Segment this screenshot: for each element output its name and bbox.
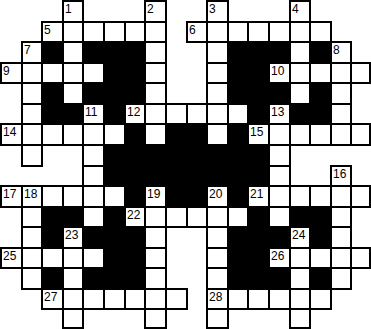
white-cell[interactable]: 20 [206,185,229,208]
white-cell[interactable] [82,144,105,167]
block-cell [227,144,249,167]
white-cell[interactable] [206,62,229,84]
block-cell [309,206,332,228]
white-cell[interactable]: 1 [62,0,84,23]
clue-number: 10 [271,64,284,78]
block-cell [82,41,105,64]
white-cell[interactable]: 11 [82,103,105,125]
block-cell [247,206,270,228]
white-cell[interactable] [62,185,84,208]
clue-number: 9 [3,64,10,78]
block-cell [41,226,64,249]
clue-number: 11 [85,105,97,119]
clue-number: 5 [44,23,51,37]
block-cell [247,267,270,290]
white-cell[interactable] [206,123,229,146]
white-cell[interactable] [21,206,43,228]
block-cell [165,185,188,208]
block-cell [124,144,146,167]
clue-number: 27 [44,290,57,304]
white-cell[interactable] [289,308,311,329]
white-cell[interactable]: 5 [41,21,64,43]
white-cell[interactable] [82,62,105,84]
clue-number: 14 [3,125,16,139]
clue-number: 16 [333,167,346,181]
white-cell[interactable] [206,41,229,64]
white-cell[interactable] [309,62,332,84]
block-cell [247,82,270,105]
white-cell[interactable] [227,206,249,228]
white-cell[interactable] [206,308,229,329]
white-cell[interactable]: 10 [268,62,291,84]
white-cell[interactable] [289,185,311,208]
clue-number: 8 [333,43,340,57]
white-cell[interactable] [206,21,229,43]
white-cell[interactable] [186,103,208,125]
block-cell [62,103,84,125]
white-cell[interactable] [144,82,167,105]
white-cell[interactable] [330,103,352,125]
white-cell[interactable] [41,185,64,208]
white-cell[interactable]: 2 [144,0,167,23]
white-cell[interactable] [289,267,311,290]
block-cell [103,247,126,269]
block-cell [103,226,126,249]
block-cell [186,165,208,187]
block-cell [247,226,270,249]
white-cell[interactable] [330,247,352,269]
white-cell[interactable] [41,62,64,84]
block-cell [309,267,332,290]
block-cell [186,185,208,208]
white-cell[interactable] [144,308,167,329]
block-cell [103,62,126,84]
white-cell[interactable] [289,288,311,310]
white-cell[interactable] [350,123,371,146]
white-cell[interactable] [21,144,43,167]
white-cell[interactable] [62,308,84,329]
white-cell[interactable] [144,247,167,269]
white-cell[interactable]: 8 [330,41,352,64]
clue-number: 25 [3,249,16,263]
block-cell [103,267,126,290]
block-cell [103,144,126,167]
white-cell[interactable] [206,206,229,228]
white-cell[interactable]: 21 [247,185,270,208]
white-cell[interactable] [62,62,84,84]
white-cell[interactable]: 14 [0,123,23,146]
white-cell[interactable] [289,41,311,64]
block-cell [124,267,146,290]
block-cell [206,144,229,167]
white-cell[interactable] [82,288,105,310]
block-cell [289,206,311,228]
white-cell[interactable]: 9 [0,62,23,84]
clue-number: 2 [147,2,154,16]
white-cell[interactable]: 24 [289,226,311,249]
clue-number: 3 [209,2,216,16]
block-cell [227,185,249,208]
clue-number: 6 [189,23,196,37]
block-cell [124,165,146,187]
block-cell [268,41,291,64]
white-cell[interactable] [144,103,167,125]
white-cell[interactable] [350,185,371,208]
white-cell[interactable] [330,123,352,146]
white-cell[interactable] [268,123,291,146]
white-cell[interactable] [268,206,291,228]
white-cell[interactable] [103,185,126,208]
clue-number: 20 [209,187,222,201]
white-cell[interactable] [21,123,43,146]
white-cell[interactable]: 27 [41,288,64,310]
clue-number: 18 [24,187,37,201]
block-cell [309,226,332,249]
block-cell [206,165,229,187]
block-cell [103,103,126,125]
white-cell[interactable] [144,41,167,64]
block-cell [227,267,249,290]
block-cell [309,82,332,105]
white-cell[interactable] [309,288,332,310]
white-cell[interactable] [103,123,126,146]
white-cell[interactable]: 6 [186,21,208,43]
clue-number: 7 [24,43,31,57]
white-cell[interactable] [103,21,126,43]
white-cell[interactable] [309,185,332,208]
white-cell[interactable] [227,21,249,43]
white-cell[interactable] [330,62,352,84]
clue-number: 26 [271,249,284,263]
white-cell[interactable] [165,288,188,310]
white-cell[interactable] [350,247,371,269]
white-cell[interactable]: 19 [144,185,167,208]
block-cell [227,247,249,269]
block-cell [82,226,105,249]
clue-number: 24 [292,228,305,242]
block-cell [124,82,146,105]
white-cell[interactable] [330,226,352,249]
block-cell [247,144,270,167]
white-cell[interactable] [206,103,229,125]
clue-number: 23 [65,228,78,242]
white-cell[interactable] [21,267,43,290]
white-cell[interactable]: 3 [206,0,229,23]
white-cell[interactable] [21,82,43,105]
block-cell [41,267,64,290]
block-cell [227,123,249,146]
white-cell[interactable] [330,185,352,208]
white-cell[interactable] [144,123,167,146]
white-cell[interactable]: 23 [62,226,84,249]
clue-number: 21 [250,187,263,201]
white-cell[interactable] [62,288,84,310]
white-cell[interactable] [144,226,167,249]
white-cell[interactable] [62,247,84,269]
white-cell[interactable]: 7 [21,41,43,64]
block-cell [41,206,64,228]
white-cell[interactable]: 17 [0,185,23,208]
white-cell[interactable] [124,21,146,43]
white-cell[interactable] [41,123,64,146]
white-cell[interactable] [330,82,352,105]
white-cell[interactable] [268,21,291,43]
clue-number: 1 [65,2,72,16]
white-cell[interactable]: 25 [0,247,23,269]
block-cell [227,165,249,187]
block-cell [103,165,126,187]
white-cell[interactable] [21,103,43,125]
white-cell[interactable] [247,21,270,43]
block-cell [186,123,208,146]
white-cell[interactable] [330,206,352,228]
block-cell [124,247,146,269]
block-cell [186,144,208,167]
clue-number: 28 [209,290,222,304]
white-cell[interactable] [289,21,311,43]
block-cell [247,62,270,84]
white-cell[interactable] [82,165,105,187]
white-cell[interactable] [289,82,311,105]
clue-number: 4 [292,2,299,16]
block-cell [124,123,146,146]
block-cell [165,123,188,146]
white-cell[interactable]: 26 [268,247,291,269]
white-cell[interactable] [206,267,229,290]
block-cell [268,82,291,105]
white-cell[interactable] [206,82,229,105]
block-cell [82,267,105,290]
white-cell[interactable] [62,82,84,105]
white-cell[interactable] [62,123,84,146]
white-cell[interactable] [309,21,332,43]
block-cell [103,82,126,105]
block-cell [165,144,188,167]
white-cell[interactable] [144,206,167,228]
white-cell[interactable] [21,226,43,249]
white-cell[interactable] [144,288,167,310]
white-cell[interactable] [165,206,188,228]
white-cell[interactable] [289,247,311,269]
white-cell[interactable] [62,21,84,43]
white-cell[interactable] [82,185,105,208]
block-cell [41,41,64,64]
white-cell[interactable] [247,288,270,310]
block-cell [165,165,188,187]
block-cell [247,103,270,125]
block-cell [227,226,249,249]
white-cell[interactable]: 13 [268,103,291,125]
white-cell[interactable] [82,21,105,43]
white-cell[interactable] [41,247,64,269]
white-cell[interactable] [206,247,229,269]
white-cell[interactable]: 18 [21,185,43,208]
block-cell [41,82,64,105]
white-cell[interactable] [186,206,208,228]
white-cell[interactable] [289,123,311,146]
white-cell[interactable] [82,247,105,269]
white-cell[interactable] [124,288,146,310]
block-cell [144,144,167,167]
white-cell[interactable] [144,267,167,290]
clue-number: 22 [127,208,140,222]
white-cell[interactable] [309,247,332,269]
white-cell[interactable] [21,247,43,269]
block-cell [124,185,146,208]
white-cell[interactable] [268,288,291,310]
clue-number: 13 [271,105,284,119]
white-cell[interactable] [268,185,291,208]
white-cell[interactable] [350,62,371,84]
white-cell[interactable] [268,144,291,167]
block-cell [227,62,249,84]
clue-number: 15 [250,125,263,139]
block-cell [124,41,146,64]
white-cell[interactable]: 16 [330,165,352,187]
block-cell [144,165,167,187]
white-cell[interactable] [103,288,126,310]
white-cell[interactable] [165,103,188,125]
block-cell [82,82,105,105]
block-cell [289,103,311,125]
white-cell[interactable] [144,62,167,84]
white-cell[interactable] [268,165,291,187]
white-cell[interactable]: 22 [124,206,146,228]
white-cell[interactable] [227,103,249,125]
crossword-grid: 1234567891011121314151617181920212223242… [0,0,371,329]
block-cell [247,247,270,269]
block-cell [309,41,332,64]
clue-number: 12 [127,105,140,119]
white-cell[interactable] [289,62,311,84]
white-cell[interactable] [309,123,332,146]
white-cell[interactable] [82,123,105,146]
white-cell[interactable] [82,206,105,228]
white-cell[interactable] [62,267,84,290]
block-cell [268,226,291,249]
white-cell[interactable]: 4 [289,0,311,23]
white-cell[interactable]: 28 [206,288,229,310]
block-cell [247,165,270,187]
white-cell[interactable]: 15 [247,123,270,146]
block-cell [309,103,332,125]
white-cell[interactable] [227,288,249,310]
block-cell [103,206,126,228]
white-cell[interactable] [144,21,167,43]
clue-number: 19 [147,187,160,201]
block-cell [247,41,270,64]
block-cell [227,82,249,105]
block-cell [124,226,146,249]
white-cell[interactable]: 12 [124,103,146,125]
white-cell[interactable] [21,62,43,84]
block-cell [227,41,249,64]
white-cell[interactable] [330,267,352,290]
white-cell[interactable] [62,41,84,64]
block-cell [103,41,126,64]
block-cell [41,103,64,125]
block-cell [268,267,291,290]
block-cell [124,62,146,84]
block-cell [62,206,84,228]
white-cell[interactable] [206,226,229,249]
clue-number: 17 [3,187,16,201]
